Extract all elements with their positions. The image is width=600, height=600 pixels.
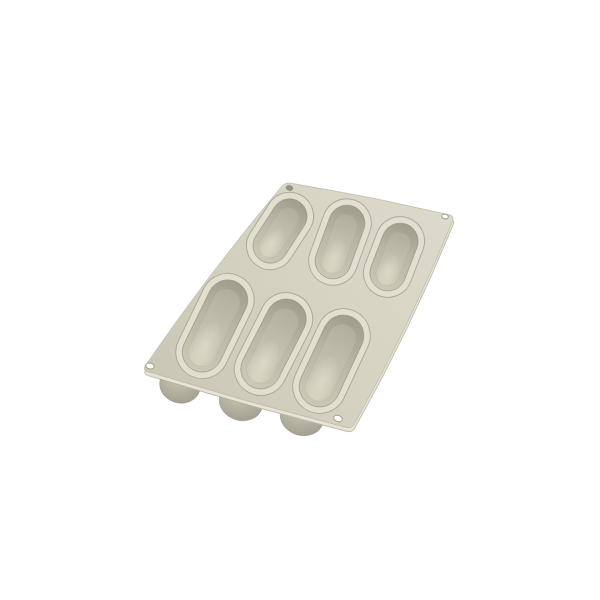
page: { "scene": { "description": "Product pho… <box>0 0 600 600</box>
product-photo <box>0 0 600 600</box>
mold-illustration <box>0 0 600 600</box>
